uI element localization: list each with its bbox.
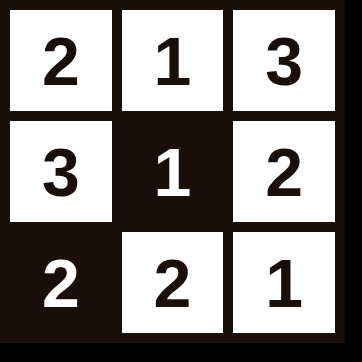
cell-r3c2[interactable]: 2	[122, 232, 224, 333]
cell-r3c3[interactable]: 1	[233, 232, 335, 333]
cell-r2c3[interactable]: 2	[233, 121, 335, 222]
cell-r1c3[interactable]: 3	[233, 10, 335, 111]
cell-r1c1[interactable]: 2	[10, 10, 112, 111]
cell-r1c2[interactable]: 1	[122, 10, 224, 111]
cell-r2c2[interactable]: 1	[122, 121, 224, 222]
puzzle-stage: 213312221	[0, 0, 362, 362]
hitori-board: 213312221	[0, 0, 345, 343]
cell-r3c1[interactable]: 2	[10, 232, 112, 333]
cell-r2c1[interactable]: 3	[10, 121, 112, 222]
